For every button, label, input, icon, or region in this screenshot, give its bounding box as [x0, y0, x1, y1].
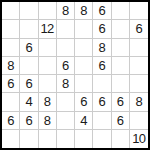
cell-r8c3[interactable]: [39, 130, 57, 148]
cell-r6c4[interactable]: [57, 93, 75, 111]
clue-number: 8: [62, 77, 69, 90]
cell-r7c2[interactable]: 6: [20, 112, 38, 130]
cell-r2c5[interactable]: [75, 20, 93, 38]
cell-r8c4[interactable]: [57, 130, 75, 148]
cell-r7c4[interactable]: [57, 112, 75, 130]
clue-number: 6: [99, 22, 106, 35]
clue-number: 6: [26, 114, 33, 127]
cell-r3c6[interactable]: 8: [93, 39, 111, 57]
cell-r8c1[interactable]: [2, 130, 20, 148]
cell-r7c3[interactable]: 8: [39, 112, 57, 130]
clue-number: 4: [26, 95, 33, 108]
cell-r1c8[interactable]: [130, 2, 148, 20]
cell-r1c1[interactable]: [2, 2, 20, 20]
cell-r5c6[interactable]: [93, 75, 111, 93]
cell-r5c1[interactable]: 6: [2, 75, 20, 93]
clue-number: 6: [117, 114, 124, 127]
cell-r7c6[interactable]: [93, 112, 111, 130]
cell-r1c3[interactable]: [39, 2, 57, 20]
cell-r2c8[interactable]: 6: [130, 20, 148, 38]
cell-r2c7[interactable]: [112, 20, 130, 38]
cell-r2c4[interactable]: [57, 20, 75, 38]
cell-r3c4[interactable]: [57, 39, 75, 57]
cell-r1c4[interactable]: 8: [57, 2, 75, 20]
cell-r7c8[interactable]: [130, 112, 148, 130]
cell-r5c7[interactable]: [112, 75, 130, 93]
cell-r3c8[interactable]: [130, 39, 148, 57]
cell-r3c7[interactable]: [112, 39, 130, 57]
cell-r5c8[interactable]: [130, 75, 148, 93]
cell-r4c5[interactable]: [75, 57, 93, 75]
cell-r8c8[interactable]: 10: [130, 130, 148, 148]
cell-r5c2[interactable]: 6: [20, 75, 38, 93]
cell-r3c1[interactable]: [2, 39, 20, 57]
cell-r8c7[interactable]: [112, 130, 130, 148]
clue-number: 6: [117, 95, 124, 108]
clue-number: 6: [99, 95, 106, 108]
clue-number: 6: [7, 114, 14, 127]
cell-r8c2[interactable]: [20, 130, 38, 148]
cell-r8c6[interactable]: [93, 130, 111, 148]
cell-r6c8[interactable]: 8: [130, 93, 148, 111]
cell-r2c1[interactable]: [2, 20, 20, 38]
cell-r5c4[interactable]: 8: [57, 75, 75, 93]
cell-r6c1[interactable]: [2, 93, 20, 111]
cell-r4c4[interactable]: 6: [57, 57, 75, 75]
cell-r7c7[interactable]: 6: [112, 112, 130, 130]
cell-r1c5[interactable]: 8: [75, 2, 93, 20]
clue-number: 8: [99, 41, 106, 54]
clue-number: 8: [136, 95, 143, 108]
clue-number: 6: [7, 77, 14, 90]
cell-r1c7[interactable]: [112, 2, 130, 20]
clue-number: 8: [44, 95, 51, 108]
clue-number: 8: [62, 4, 69, 17]
cell-r6c6[interactable]: 6: [93, 93, 111, 111]
cell-r6c3[interactable]: 8: [39, 93, 57, 111]
clue-number: 4: [80, 114, 87, 127]
cell-r2c3[interactable]: 12: [39, 20, 57, 38]
clue-number: 8: [80, 4, 87, 17]
cell-r1c6[interactable]: 6: [93, 2, 111, 20]
cell-r4c2[interactable]: [20, 57, 38, 75]
clue-number: 6: [99, 4, 106, 17]
cell-r7c5[interactable]: 4: [75, 112, 93, 130]
cell-r8c5[interactable]: [75, 130, 93, 148]
clue-number: 6: [99, 59, 106, 72]
cell-r2c6[interactable]: 6: [93, 20, 111, 38]
cell-r5c5[interactable]: [75, 75, 93, 93]
clue-number: 10: [132, 132, 145, 145]
cell-r4c7[interactable]: [112, 57, 130, 75]
cell-r7c1[interactable]: 6: [2, 112, 20, 130]
cell-r3c2[interactable]: 6: [20, 39, 38, 57]
cell-r6c5[interactable]: 6: [75, 93, 93, 111]
clue-number: 6: [26, 77, 33, 90]
clue-number: 8: [7, 59, 14, 72]
clue-number: 12: [40, 22, 53, 35]
clue-number: 6: [62, 59, 69, 72]
puzzle-board: 8861266688666684866686684610: [0, 0, 150, 150]
cell-r1c2[interactable]: [20, 2, 38, 20]
cell-r4c6[interactable]: 6: [93, 57, 111, 75]
cell-r3c5[interactable]: [75, 39, 93, 57]
cell-r6c7[interactable]: 6: [112, 93, 130, 111]
cell-r4c1[interactable]: 8: [2, 57, 20, 75]
cell-r6c2[interactable]: 4: [20, 93, 38, 111]
cell-r4c8[interactable]: [130, 57, 148, 75]
cell-r2c2[interactable]: [20, 20, 38, 38]
clue-number: 6: [80, 95, 87, 108]
cell-r3c3[interactable]: [39, 39, 57, 57]
clue-number: 8: [44, 114, 51, 127]
clue-number: 6: [136, 22, 143, 35]
clue-number: 6: [26, 41, 33, 54]
cell-r4c3[interactable]: [39, 57, 57, 75]
cell-r5c3[interactable]: [39, 75, 57, 93]
